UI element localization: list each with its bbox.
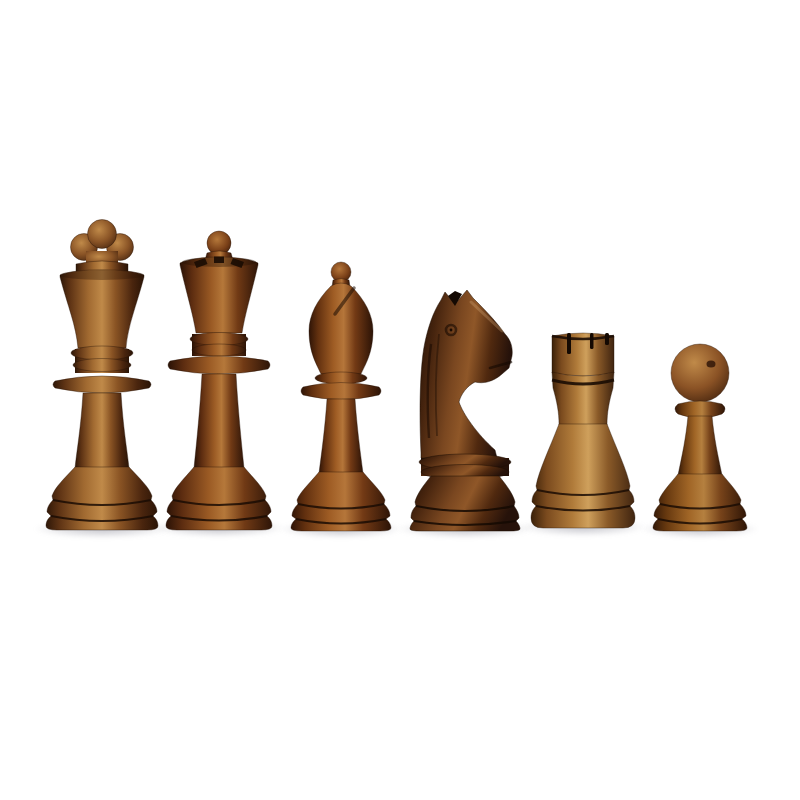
bishop-collar-disc [301, 383, 381, 400]
king-figure [42, 217, 162, 532]
rook-figure [527, 330, 639, 530]
knight-horse-head [420, 290, 512, 458]
pawn-piece [648, 342, 752, 532]
king-collar-rings [71, 346, 133, 373]
king-stem [75, 393, 129, 468]
pawn-ball-knot [707, 361, 716, 368]
pawn-ball-head [671, 344, 729, 402]
pawn-figure [648, 342, 752, 532]
queen-coronet-cup [180, 257, 258, 333]
king-piece [42, 217, 162, 532]
rook-body [552, 372, 614, 425]
product-photo-background [0, 0, 800, 800]
pawn-bell-base [653, 474, 747, 531]
queen-piece [161, 229, 277, 531]
bishop-piece [287, 260, 395, 532]
bishop-bell-base [291, 472, 391, 531]
rook-piece [527, 330, 639, 530]
knight-piece [405, 290, 525, 532]
knight-figure [405, 290, 525, 532]
chess-piece-lineup [0, 0, 800, 800]
bishop-stem [319, 399, 363, 473]
rook-bell-base [531, 424, 635, 528]
bishop-figure [287, 260, 395, 532]
queen-figure [161, 229, 277, 531]
pawn-collar-disc [675, 401, 725, 418]
queen-collar-disc [168, 356, 270, 374]
king-collar-disc [53, 376, 151, 393]
king-crown-cup [60, 270, 144, 348]
bishop-mitre [309, 283, 373, 374]
queen-stem [194, 374, 244, 468]
queen-collar-rings [190, 333, 248, 357]
king-trefoil-finial [71, 220, 134, 268]
pawn-body [678, 416, 722, 475]
